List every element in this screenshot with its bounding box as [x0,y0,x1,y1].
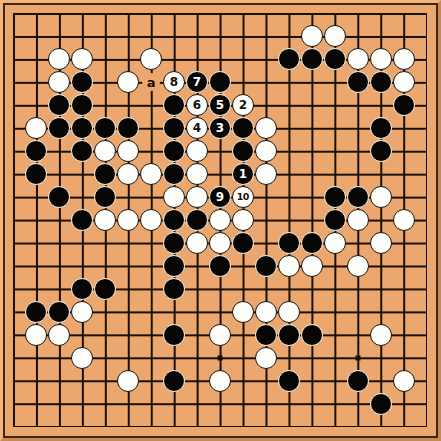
board-point-A19[interactable] [2,2,25,25]
board-point-L8[interactable] [231,254,254,277]
board-point-P19[interactable] [323,2,346,25]
board-point-E19[interactable] [94,2,117,25]
board-point-A4[interactable] [2,346,25,369]
board-point-L5[interactable] [231,323,254,346]
board-point-N10[interactable] [277,208,300,231]
board-point-C5[interactable] [48,323,71,346]
board-point-T12[interactable] [415,163,438,186]
board-point-N2[interactable] [277,392,300,415]
board-point-P3[interactable] [323,369,346,392]
board-point-T6[interactable] [415,300,438,323]
board-point-B19[interactable] [25,2,48,25]
board-point-S6[interactable] [392,300,415,323]
board-point-C15[interactable] [48,94,71,117]
board-point-P17[interactable] [323,48,346,71]
board-point-N16[interactable] [277,71,300,94]
board-point-D5[interactable] [71,323,94,346]
board-point-B7[interactable] [25,277,48,300]
board-point-N9[interactable] [277,231,300,254]
board-point-O4[interactable] [300,346,323,369]
board-point-K2[interactable] [208,392,231,415]
board-point-A10[interactable] [2,208,25,231]
board-point-L15[interactable]: 2 [231,94,254,117]
board-point-E4[interactable] [94,346,117,369]
board-point-R16[interactable] [369,71,392,94]
board-point-O19[interactable] [300,2,323,25]
board-point-K10[interactable] [208,208,231,231]
board-point-E13[interactable] [94,140,117,163]
board-point-N6[interactable] [277,300,300,323]
board-point-E3[interactable] [94,369,117,392]
board-point-H11[interactable] [163,185,186,208]
board-point-Q8[interactable] [346,254,369,277]
board-point-F15[interactable] [117,94,140,117]
board-point-D13[interactable] [71,140,94,163]
board-point-H7[interactable] [163,277,186,300]
board-point-T3[interactable] [415,369,438,392]
board-point-K8[interactable] [208,254,231,277]
board-point-S15[interactable] [392,94,415,117]
board-point-F18[interactable] [117,25,140,48]
board-point-L16[interactable] [231,71,254,94]
board-point-F3[interactable] [117,369,140,392]
board-point-P1[interactable] [323,415,346,438]
board-point-S19[interactable] [392,2,415,25]
board-point-P15[interactable] [323,94,346,117]
board-point-M9[interactable] [254,231,277,254]
board-point-M19[interactable] [254,2,277,25]
board-point-A16[interactable] [2,71,25,94]
board-point-P7[interactable] [323,277,346,300]
board-point-L12[interactable]: 1 [231,163,254,186]
board-point-J18[interactable] [185,25,208,48]
board-point-L14[interactable] [231,117,254,140]
board-point-T8[interactable] [415,254,438,277]
board-point-M7[interactable] [254,277,277,300]
board-point-H5[interactable] [163,323,186,346]
board-point-Q3[interactable] [346,369,369,392]
board-point-J10[interactable] [185,208,208,231]
board-point-L18[interactable] [231,25,254,48]
board-point-K16[interactable] [208,71,231,94]
board-point-F10[interactable] [117,208,140,231]
board-point-G11[interactable] [140,185,163,208]
board-point-G6[interactable] [140,300,163,323]
board-point-K17[interactable] [208,48,231,71]
board-point-T1[interactable] [415,415,438,438]
board-point-B10[interactable] [25,208,48,231]
board-point-R12[interactable] [369,163,392,186]
board-point-T15[interactable] [415,94,438,117]
board-point-O17[interactable] [300,48,323,71]
board-point-F11[interactable] [117,185,140,208]
board-point-J2[interactable] [185,392,208,415]
board-point-R4[interactable] [369,346,392,369]
board-point-F1[interactable] [117,415,140,438]
board-point-Q7[interactable] [346,277,369,300]
board-point-B1[interactable] [25,415,48,438]
board-point-H2[interactable] [163,392,186,415]
board-point-A9[interactable] [2,231,25,254]
board-point-F6[interactable] [117,300,140,323]
board-point-N13[interactable] [277,140,300,163]
board-point-L4[interactable] [231,346,254,369]
board-point-M6[interactable] [254,300,277,323]
board-point-D2[interactable] [71,392,94,415]
board-point-T2[interactable] [415,392,438,415]
board-point-J6[interactable] [185,300,208,323]
board-point-E2[interactable] [94,392,117,415]
board-point-C12[interactable] [48,163,71,186]
board-point-M15[interactable] [254,94,277,117]
board-point-M16[interactable] [254,71,277,94]
board-point-H9[interactable] [163,231,186,254]
board-point-M12[interactable] [254,163,277,186]
board-point-Q13[interactable] [346,140,369,163]
board-point-R11[interactable] [369,185,392,208]
board-point-H3[interactable] [163,369,186,392]
board-point-N3[interactable] [277,369,300,392]
board-point-A3[interactable] [2,369,25,392]
board-point-L1[interactable] [231,415,254,438]
board-point-O16[interactable] [300,71,323,94]
board-point-A18[interactable] [2,25,25,48]
board-point-D19[interactable] [71,2,94,25]
board-point-G2[interactable] [140,392,163,415]
board-point-Q16[interactable] [346,71,369,94]
board-point-R3[interactable] [369,369,392,392]
board-point-C1[interactable] [48,415,71,438]
board-point-A14[interactable] [2,117,25,140]
board-point-H8[interactable] [163,254,186,277]
board-point-O12[interactable] [300,163,323,186]
board-point-S5[interactable] [392,323,415,346]
board-point-P6[interactable] [323,300,346,323]
board-point-J1[interactable] [185,415,208,438]
board-point-O10[interactable] [300,208,323,231]
board-point-Q19[interactable] [346,2,369,25]
board-point-E8[interactable] [94,254,117,277]
board-point-S18[interactable] [392,25,415,48]
board-point-F8[interactable] [117,254,140,277]
board-point-R17[interactable] [369,48,392,71]
board-point-R18[interactable] [369,25,392,48]
board-point-G18[interactable] [140,25,163,48]
board-point-F9[interactable] [117,231,140,254]
board-point-G4[interactable] [140,346,163,369]
board-point-K7[interactable] [208,277,231,300]
board-point-O11[interactable] [300,185,323,208]
board-point-R8[interactable] [369,254,392,277]
board-point-C3[interactable] [48,369,71,392]
board-point-G8[interactable] [140,254,163,277]
board-point-R19[interactable] [369,2,392,25]
board-point-T5[interactable] [415,323,438,346]
board-point-H6[interactable] [163,300,186,323]
board-point-E9[interactable] [94,231,117,254]
board-point-J4[interactable] [185,346,208,369]
board-point-K9[interactable] [208,231,231,254]
board-point-J16[interactable]: 7 [185,71,208,94]
board-point-H1[interactable] [163,415,186,438]
board-point-G13[interactable] [140,140,163,163]
board-point-M1[interactable] [254,415,277,438]
board-point-Q14[interactable] [346,117,369,140]
board-point-K5[interactable] [208,323,231,346]
board-point-P10[interactable] [323,208,346,231]
board-point-E6[interactable] [94,300,117,323]
board-point-A15[interactable] [2,94,25,117]
board-point-H14[interactable] [163,117,186,140]
board-point-R1[interactable] [369,415,392,438]
board-point-L10[interactable] [231,208,254,231]
board-point-A17[interactable] [2,48,25,71]
board-point-D16[interactable] [71,71,94,94]
board-point-M8[interactable] [254,254,277,277]
board-point-H15[interactable] [163,94,186,117]
board-point-H10[interactable] [163,208,186,231]
board-point-D9[interactable] [71,231,94,254]
board-point-P13[interactable] [323,140,346,163]
board-point-A11[interactable] [2,185,25,208]
board-point-R13[interactable] [369,140,392,163]
board-point-O2[interactable] [300,392,323,415]
board-point-F7[interactable] [117,277,140,300]
board-point-P14[interactable] [323,117,346,140]
board-point-G15[interactable] [140,94,163,117]
board-point-E11[interactable] [94,185,117,208]
board-point-R15[interactable] [369,94,392,117]
board-point-J15[interactable]: 6 [185,94,208,117]
board-point-H4[interactable] [163,346,186,369]
board-point-C9[interactable] [48,231,71,254]
board-point-T18[interactable] [415,25,438,48]
board-point-S17[interactable] [392,48,415,71]
board-point-B8[interactable] [25,254,48,277]
board-point-D1[interactable] [71,415,94,438]
board-point-G9[interactable] [140,231,163,254]
board-point-C13[interactable] [48,140,71,163]
board-point-P8[interactable] [323,254,346,277]
board-point-J17[interactable] [185,48,208,71]
board-point-N14[interactable] [277,117,300,140]
board-point-B9[interactable] [25,231,48,254]
board-point-O3[interactable] [300,369,323,392]
board-point-R10[interactable] [369,208,392,231]
board-point-G7[interactable] [140,277,163,300]
board-point-S11[interactable] [392,185,415,208]
board-point-S7[interactable] [392,277,415,300]
board-point-G14[interactable] [140,117,163,140]
board-point-P5[interactable] [323,323,346,346]
board-point-E14[interactable] [94,117,117,140]
board-point-L2[interactable] [231,392,254,415]
board-point-L9[interactable] [231,231,254,254]
board-point-S9[interactable] [392,231,415,254]
board-point-Q1[interactable] [346,415,369,438]
board-point-N5[interactable] [277,323,300,346]
board-point-J7[interactable] [185,277,208,300]
board-point-F16[interactable] [117,71,140,94]
board-point-E7[interactable] [94,277,117,300]
board-point-D6[interactable] [71,300,94,323]
board-point-E17[interactable] [94,48,117,71]
board-point-M10[interactable] [254,208,277,231]
board-point-R5[interactable] [369,323,392,346]
board-point-G16[interactable]: a [140,71,163,94]
board-point-C11[interactable] [48,185,71,208]
board-point-O18[interactable] [300,25,323,48]
board-point-D11[interactable] [71,185,94,208]
board-point-D10[interactable] [71,208,94,231]
board-point-R2[interactable] [369,392,392,415]
board-point-K19[interactable] [208,2,231,25]
board-point-O9[interactable] [300,231,323,254]
board-point-L11[interactable]: 10 [231,185,254,208]
board-point-F17[interactable] [117,48,140,71]
board-point-B15[interactable] [25,94,48,117]
board-point-K1[interactable] [208,415,231,438]
board-point-P9[interactable] [323,231,346,254]
board-point-A13[interactable] [2,140,25,163]
board-point-R9[interactable] [369,231,392,254]
board-point-O1[interactable] [300,415,323,438]
board-point-J12[interactable] [185,163,208,186]
board-point-L19[interactable] [231,2,254,25]
board-point-H13[interactable] [163,140,186,163]
board-point-B14[interactable] [25,117,48,140]
board-point-T10[interactable] [415,208,438,231]
board-point-Q17[interactable] [346,48,369,71]
board-point-A1[interactable] [2,415,25,438]
board-point-K6[interactable] [208,300,231,323]
board-point-E12[interactable] [94,163,117,186]
board-point-S8[interactable] [392,254,415,277]
board-point-G3[interactable] [140,369,163,392]
board-point-Q12[interactable] [346,163,369,186]
board-point-Q6[interactable] [346,300,369,323]
board-point-T17[interactable] [415,48,438,71]
board-point-R7[interactable] [369,277,392,300]
board-point-R6[interactable] [369,300,392,323]
board-point-C17[interactable] [48,48,71,71]
board-point-F14[interactable] [117,117,140,140]
board-point-L6[interactable] [231,300,254,323]
board-point-B16[interactable] [25,71,48,94]
board-point-S10[interactable] [392,208,415,231]
board-point-S14[interactable] [392,117,415,140]
board-point-S16[interactable] [392,71,415,94]
board-point-T4[interactable] [415,346,438,369]
board-point-E10[interactable] [94,208,117,231]
board-point-B5[interactable] [25,323,48,346]
board-point-J8[interactable] [185,254,208,277]
board-point-O8[interactable] [300,254,323,277]
board-point-B3[interactable] [25,369,48,392]
board-point-C19[interactable] [48,2,71,25]
board-point-P11[interactable] [323,185,346,208]
board-point-O5[interactable] [300,323,323,346]
board-point-N12[interactable] [277,163,300,186]
board-point-Q18[interactable] [346,25,369,48]
board-point-D8[interactable] [71,254,94,277]
board-point-N1[interactable] [277,415,300,438]
board-point-O13[interactable] [300,140,323,163]
board-point-S3[interactable] [392,369,415,392]
board-point-C8[interactable] [48,254,71,277]
board-point-R14[interactable] [369,117,392,140]
board-point-J3[interactable] [185,369,208,392]
board-point-A7[interactable] [2,277,25,300]
board-point-D3[interactable] [71,369,94,392]
board-point-Q2[interactable] [346,392,369,415]
board-point-L17[interactable] [231,48,254,71]
board-point-D17[interactable] [71,48,94,71]
board-point-C18[interactable] [48,25,71,48]
board-point-T9[interactable] [415,231,438,254]
board-point-M18[interactable] [254,25,277,48]
board-point-E15[interactable] [94,94,117,117]
board-point-E16[interactable] [94,71,117,94]
board-point-S2[interactable] [392,392,415,415]
board-point-G1[interactable] [140,415,163,438]
board-point-J9[interactable] [185,231,208,254]
board-point-N18[interactable] [277,25,300,48]
board-point-J19[interactable] [185,2,208,25]
board-point-G10[interactable] [140,208,163,231]
board-point-M3[interactable] [254,369,277,392]
board-point-J11[interactable] [185,185,208,208]
board-point-A6[interactable] [2,300,25,323]
board-point-T19[interactable] [415,2,438,25]
board-point-N19[interactable] [277,2,300,25]
board-point-Q5[interactable] [346,323,369,346]
board-point-O15[interactable] [300,94,323,117]
board-point-D4[interactable] [71,346,94,369]
board-point-H18[interactable] [163,25,186,48]
board-point-C14[interactable] [48,117,71,140]
board-point-B13[interactable] [25,140,48,163]
board-point-Q4[interactable] [346,346,369,369]
board-point-L3[interactable] [231,369,254,392]
board-point-B11[interactable] [25,185,48,208]
board-point-M14[interactable] [254,117,277,140]
board-point-L7[interactable] [231,277,254,300]
board-point-J14[interactable]: 4 [185,117,208,140]
board-point-J5[interactable] [185,323,208,346]
board-point-K13[interactable] [208,140,231,163]
board-point-M13[interactable] [254,140,277,163]
board-point-H12[interactable] [163,163,186,186]
board-point-B4[interactable] [25,346,48,369]
board-point-C7[interactable] [48,277,71,300]
board-point-T7[interactable] [415,277,438,300]
board-point-A2[interactable] [2,392,25,415]
board-point-K4[interactable] [208,346,231,369]
board-point-A8[interactable] [2,254,25,277]
board-point-E1[interactable] [94,415,117,438]
board-point-T11[interactable] [415,185,438,208]
board-point-C4[interactable] [48,346,71,369]
board-point-C6[interactable] [48,300,71,323]
board-point-D7[interactable] [71,277,94,300]
board-point-N4[interactable] [277,346,300,369]
board-point-F13[interactable] [117,140,140,163]
board-point-N11[interactable] [277,185,300,208]
board-point-F19[interactable] [117,2,140,25]
board-point-S1[interactable] [392,415,415,438]
board-point-G5[interactable] [140,323,163,346]
